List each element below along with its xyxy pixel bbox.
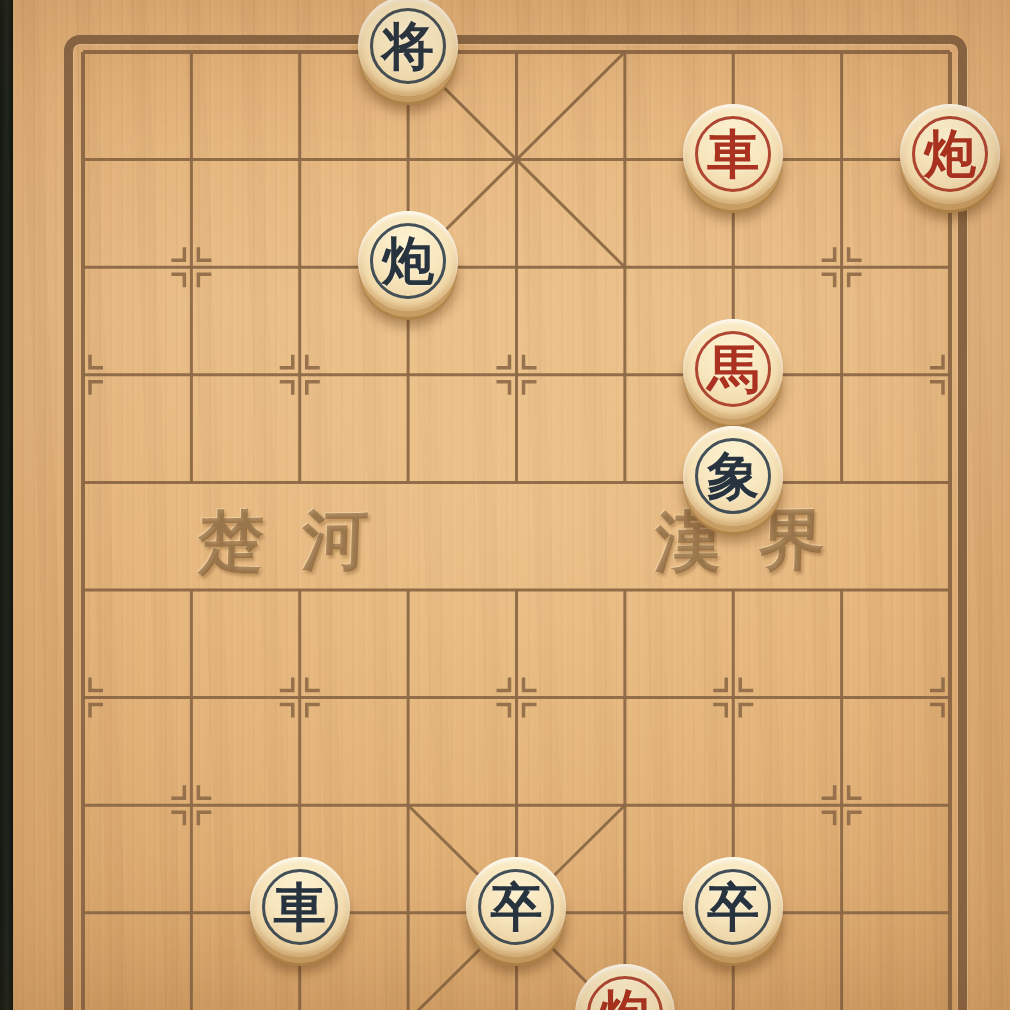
piece-red-horse[interactable]: 馬 — [683, 319, 783, 419]
piece-glyph-black-elephant: 象 — [683, 426, 783, 526]
piece-glyph-black-soldier-1: 卒 — [466, 857, 566, 957]
piece-black-soldier-2[interactable]: 卒 — [683, 857, 783, 957]
piece-glyph-black-general: 将 — [358, 0, 458, 96]
piece-glyph-red-cannon-2: 炮 — [575, 964, 675, 1010]
piece-glyph-black-soldier-2: 卒 — [683, 857, 783, 957]
xiangqi-board: 将車炮炮馬象車卒卒炮 — [29, 0, 1004, 1010]
left-edge-strip — [0, 0, 13, 1010]
piece-red-cannon-2[interactable]: 炮 — [575, 964, 675, 1010]
piece-black-soldier-1[interactable]: 卒 — [466, 857, 566, 957]
piece-glyph-black-chariot: 車 — [250, 857, 350, 957]
piece-black-elephant[interactable]: 象 — [683, 426, 783, 526]
piece-black-general[interactable]: 将 — [358, 0, 458, 96]
piece-red-chariot[interactable]: 車 — [683, 104, 783, 204]
piece-black-cannon[interactable]: 炮 — [358, 211, 458, 311]
piece-glyph-red-cannon-1: 炮 — [900, 104, 1000, 204]
piece-red-cannon-1[interactable]: 炮 — [900, 104, 1000, 204]
piece-black-chariot[interactable]: 車 — [250, 857, 350, 957]
piece-glyph-black-cannon: 炮 — [358, 211, 458, 311]
xiangqi-app-screen: 楚河 漢界 将車炮炮馬象車卒卒炮 — [0, 0, 1010, 1010]
piece-glyph-red-horse: 馬 — [683, 319, 783, 419]
piece-glyph-red-chariot: 車 — [683, 104, 783, 204]
